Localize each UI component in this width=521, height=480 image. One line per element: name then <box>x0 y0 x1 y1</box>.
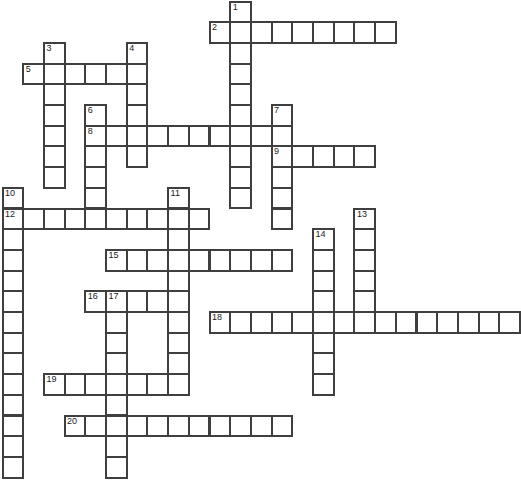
cell-r20-c6[interactable] <box>126 415 149 438</box>
cell-r15-c20[interactable] <box>416 311 439 334</box>
cell-r6-c6[interactable] <box>126 125 149 148</box>
cell-r17-c0[interactable] <box>2 352 25 375</box>
cell-r12-c13[interactable] <box>271 249 294 272</box>
cell-r11-c15[interactable]: 14 <box>312 228 335 251</box>
cell-r1-c13[interactable] <box>271 21 294 44</box>
clue-number-16: 16 <box>88 292 98 301</box>
cell-r10-c4[interactable] <box>84 208 107 231</box>
cell-r17-c5[interactable] <box>105 352 128 375</box>
cell-r8-c13[interactable] <box>271 166 294 189</box>
clue-number-11: 11 <box>171 189 180 198</box>
cell-r15-c14[interactable] <box>291 311 314 334</box>
cell-r20-c8[interactable] <box>167 415 190 438</box>
cell-r6-c4[interactable]: 8 <box>84 125 107 148</box>
cell-r1-c16[interactable] <box>333 21 356 44</box>
cell-r18-c2[interactable]: 19 <box>43 373 66 396</box>
cell-r15-c5[interactable] <box>105 311 128 334</box>
cell-r3-c4[interactable] <box>84 63 107 86</box>
cell-r6-c2[interactable] <box>43 125 66 148</box>
cell-r8-c2[interactable] <box>43 166 66 189</box>
cell-r1-c14[interactable] <box>291 21 314 44</box>
cell-r10-c3[interactable] <box>64 208 87 231</box>
cell-r18-c5[interactable] <box>105 373 128 396</box>
cell-r22-c0[interactable] <box>2 456 25 479</box>
cell-r5-c4[interactable]: 6 <box>84 104 107 127</box>
cell-r7-c6[interactable] <box>126 145 149 168</box>
cell-r13-c17[interactable] <box>353 270 376 293</box>
cell-r7-c2[interactable] <box>43 145 66 168</box>
cell-r18-c7[interactable] <box>146 373 169 396</box>
cell-r7-c11[interactable] <box>229 145 252 168</box>
cell-r2-c6[interactable]: 4 <box>126 42 149 65</box>
cell-r14-c5[interactable]: 17 <box>105 290 128 313</box>
cell-r9-c11[interactable] <box>229 187 252 210</box>
cell-r15-c12[interactable] <box>250 311 273 334</box>
cell-r1-c18[interactable] <box>374 21 397 44</box>
cell-r11-c17[interactable] <box>353 228 376 251</box>
cell-r8-c4[interactable] <box>84 166 107 189</box>
cell-r14-c17[interactable] <box>353 290 376 313</box>
cell-r4-c6[interactable] <box>126 83 149 106</box>
cell-r10-c0[interactable]: 12 <box>2 208 25 231</box>
cell-r10-c9[interactable] <box>188 208 211 231</box>
cell-r12-c8[interactable] <box>167 249 190 272</box>
cell-r18-c3[interactable] <box>64 373 87 396</box>
cell-r6-c9[interactable] <box>188 125 211 148</box>
cell-r7-c17[interactable] <box>353 145 376 168</box>
cell-r13-c0[interactable] <box>2 270 25 293</box>
cell-r1-c12[interactable] <box>250 21 273 44</box>
cell-r20-c13[interactable] <box>271 415 294 438</box>
cell-r7-c14[interactable] <box>291 145 314 168</box>
cell-r14-c15[interactable] <box>312 290 335 313</box>
cell-r13-c8[interactable] <box>167 270 190 293</box>
clue-number-1: 1 <box>233 3 238 12</box>
cell-r15-c16[interactable] <box>333 311 356 334</box>
cell-r21-c0[interactable] <box>2 435 25 458</box>
cell-r1-c15[interactable] <box>312 21 335 44</box>
cell-r3-c11[interactable] <box>229 63 252 86</box>
cell-r16-c5[interactable] <box>105 332 128 355</box>
cell-r15-c17[interactable] <box>353 311 376 334</box>
cell-r5-c2[interactable] <box>43 104 66 127</box>
cell-r3-c1[interactable]: 5 <box>22 63 45 86</box>
cell-r10-c6[interactable] <box>126 208 149 231</box>
cell-r15-c18[interactable] <box>374 311 397 334</box>
cell-r3-c2[interactable] <box>43 63 66 86</box>
clue-number-17: 17 <box>109 292 119 301</box>
cell-r20-c5[interactable] <box>105 415 128 438</box>
cell-r18-c4[interactable] <box>84 373 107 396</box>
cell-r12-c9[interactable] <box>188 249 211 272</box>
cell-r12-c15[interactable] <box>312 249 335 272</box>
cell-r3-c3[interactable] <box>64 63 87 86</box>
cell-r14-c6[interactable] <box>126 290 149 313</box>
clue-number-9: 9 <box>274 147 279 156</box>
clue-number-4: 4 <box>129 44 134 53</box>
cell-r22-c5[interactable] <box>105 456 128 479</box>
clue-number-13: 13 <box>357 210 367 219</box>
cell-r18-c0[interactable] <box>2 373 25 396</box>
cell-r16-c8[interactable] <box>167 332 190 355</box>
cell-r12-c12[interactable] <box>250 249 273 272</box>
cell-r5-c13[interactable]: 7 <box>271 104 294 127</box>
cell-r10-c2[interactable] <box>43 208 66 231</box>
cell-r3-c5[interactable] <box>105 63 128 86</box>
cell-r5-c11[interactable] <box>229 104 252 127</box>
cell-r1-c10[interactable]: 2 <box>209 21 232 44</box>
cell-r20-c12[interactable] <box>250 415 273 438</box>
clue-number-6: 6 <box>88 106 93 115</box>
cell-r18-c6[interactable] <box>126 373 149 396</box>
cell-r9-c4[interactable] <box>84 187 107 210</box>
cell-r2-c2[interactable]: 3 <box>43 42 66 65</box>
cell-r20-c11[interactable] <box>229 415 252 438</box>
clue-number-7: 7 <box>274 106 279 115</box>
clue-number-8: 8 <box>88 127 93 136</box>
cell-r14-c7[interactable] <box>146 290 169 313</box>
clue-number-12: 12 <box>5 210 15 219</box>
cell-r20-c7[interactable] <box>146 415 169 438</box>
cell-r12-c6[interactable] <box>126 249 149 272</box>
cell-r16-c0[interactable] <box>2 332 25 355</box>
cell-r15-c19[interactable] <box>395 311 418 334</box>
clue-number-15: 15 <box>109 251 119 260</box>
cell-r14-c8[interactable] <box>167 290 190 313</box>
clue-number-18: 18 <box>212 313 222 322</box>
cell-r19-c5[interactable] <box>105 394 128 417</box>
clue-number-10: 10 <box>5 189 15 198</box>
cell-r10-c8[interactable] <box>167 208 190 231</box>
cell-r15-c24[interactable] <box>498 311 521 334</box>
cell-r6-c5[interactable] <box>105 125 128 148</box>
cell-r6-c7[interactable] <box>146 125 169 148</box>
cell-r15-c21[interactable] <box>436 311 459 334</box>
cell-r18-c8[interactable] <box>167 373 190 396</box>
clue-number-19: 19 <box>46 375 56 384</box>
cell-r18-c15[interactable] <box>312 373 335 396</box>
cell-r4-c11[interactable] <box>229 83 252 106</box>
clue-number-3: 3 <box>46 44 51 53</box>
cell-r12-c17[interactable] <box>353 249 376 272</box>
cell-r15-c13[interactable] <box>271 311 294 334</box>
cell-r20-c3[interactable]: 20 <box>64 415 87 438</box>
cell-r6-c13[interactable] <box>271 125 294 148</box>
cell-r20-c0[interactable] <box>2 415 25 438</box>
cell-r9-c0[interactable]: 10 <box>2 187 25 210</box>
cell-r19-c0[interactable] <box>2 394 25 417</box>
cell-r10-c17[interactable]: 13 <box>353 208 376 231</box>
cell-r7-c13[interactable]: 9 <box>271 145 294 168</box>
cell-r20-c10[interactable] <box>209 415 232 438</box>
cell-r1-c11[interactable] <box>229 21 252 44</box>
cell-r6-c12[interactable] <box>250 125 273 148</box>
cell-r6-c10[interactable] <box>209 125 232 148</box>
clue-number-5: 5 <box>26 65 31 74</box>
cell-r20-c9[interactable] <box>188 415 211 438</box>
cell-r20-c4[interactable] <box>84 415 107 438</box>
cell-r9-c8[interactable]: 11 <box>167 187 190 210</box>
cell-r7-c15[interactable] <box>312 145 335 168</box>
cell-r6-c8[interactable] <box>167 125 190 148</box>
cell-r16-c15[interactable] <box>312 332 335 355</box>
cell-r7-c4[interactable] <box>84 145 107 168</box>
clue-number-20: 20 <box>67 417 77 426</box>
cell-r10-c5[interactable] <box>105 208 128 231</box>
cell-r15-c22[interactable] <box>457 311 480 334</box>
cell-r17-c15[interactable] <box>312 352 335 375</box>
cell-r2-c11[interactable] <box>229 42 252 65</box>
cell-r8-c11[interactable] <box>229 166 252 189</box>
crossword-board: 1234567891011121314151617181920 <box>0 0 521 480</box>
cell-r6-c11[interactable] <box>229 125 252 148</box>
cell-r15-c23[interactable] <box>478 311 501 334</box>
cell-r12-c0[interactable] <box>2 249 25 272</box>
cell-r0-c11[interactable]: 1 <box>229 1 252 24</box>
cell-r14-c0[interactable] <box>2 290 25 313</box>
cell-r15-c8[interactable] <box>167 311 190 334</box>
cell-r12-c7[interactable] <box>146 249 169 272</box>
cell-r11-c0[interactable] <box>2 228 25 251</box>
cell-r10-c1[interactable] <box>22 208 45 231</box>
crossword-page: 1234567891011121314151617181920 <box>0 0 521 480</box>
cell-r15-c11[interactable] <box>229 311 252 334</box>
cell-r5-c6[interactable] <box>126 104 149 127</box>
cell-r12-c11[interactable] <box>229 249 252 272</box>
cell-r15-c15[interactable] <box>312 311 335 334</box>
cell-r15-c0[interactable] <box>2 311 25 334</box>
cell-r4-c2[interactable] <box>43 83 66 106</box>
cell-r3-c6[interactable] <box>126 63 149 86</box>
cell-r13-c15[interactable] <box>312 270 335 293</box>
cell-r1-c17[interactable] <box>353 21 376 44</box>
cell-r21-c5[interactable] <box>105 435 128 458</box>
clue-number-14: 14 <box>316 230 326 239</box>
cell-r7-c16[interactable] <box>333 145 356 168</box>
cell-r11-c8[interactable] <box>167 228 190 251</box>
cell-r15-c10[interactable]: 18 <box>209 311 232 334</box>
cell-r10-c13[interactable] <box>271 208 294 231</box>
cell-r12-c10[interactable] <box>209 249 232 272</box>
clue-number-2: 2 <box>212 23 217 32</box>
cell-r10-c7[interactable] <box>146 208 169 231</box>
cell-r17-c8[interactable] <box>167 352 190 375</box>
cell-r9-c13[interactable] <box>271 187 294 210</box>
cell-r12-c5[interactable]: 15 <box>105 249 128 272</box>
cell-r14-c4[interactable]: 16 <box>84 290 107 313</box>
